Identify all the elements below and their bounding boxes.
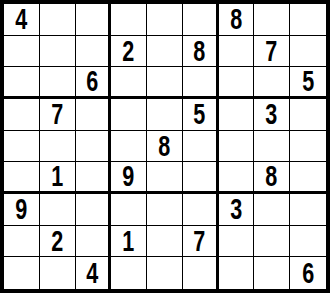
- cell-r1c6[interactable]: [183, 4, 219, 36]
- cell-r4c1[interactable]: [4, 99, 40, 131]
- cell-r3c3: 6: [76, 67, 112, 99]
- cell-r3c7[interactable]: [219, 67, 255, 99]
- given-digit: 8: [158, 131, 170, 162]
- given-digit: 5: [193, 99, 205, 130]
- cell-r4c7[interactable]: [219, 99, 255, 131]
- cell-r8c6: 7: [183, 226, 219, 258]
- cell-r3c4[interactable]: [111, 67, 147, 99]
- cell-r1c5[interactable]: [147, 4, 183, 36]
- cell-r1c1: 4: [4, 4, 40, 36]
- cell-r5c7[interactable]: [219, 131, 255, 163]
- cell-r7c2[interactable]: [40, 194, 76, 226]
- cell-r5c4[interactable]: [111, 131, 147, 163]
- cell-r8c8[interactable]: [254, 226, 290, 258]
- cell-r9c2[interactable]: [40, 257, 76, 289]
- cell-r1c3[interactable]: [76, 4, 112, 36]
- cell-r9c4[interactable]: [111, 257, 147, 289]
- cell-r4c2: 7: [40, 99, 76, 131]
- cell-r2c9[interactable]: [290, 36, 326, 68]
- cell-r9c7[interactable]: [219, 257, 255, 289]
- cell-r1c7: 8: [219, 4, 255, 36]
- cell-r1c4[interactable]: [111, 4, 147, 36]
- given-digit: 1: [123, 226, 135, 257]
- given-digit: 6: [302, 258, 314, 289]
- cell-r6c8: 8: [254, 162, 290, 194]
- cell-r3c6[interactable]: [183, 67, 219, 99]
- cell-r2c3[interactable]: [76, 36, 112, 68]
- cell-r9c9: 6: [290, 257, 326, 289]
- cell-r2c1[interactable]: [4, 36, 40, 68]
- cell-r2c7[interactable]: [219, 36, 255, 68]
- cell-r3c9: 5: [290, 67, 326, 99]
- cell-r5c6[interactable]: [183, 131, 219, 163]
- cell-r9c6[interactable]: [183, 257, 219, 289]
- cell-r7c6[interactable]: [183, 194, 219, 226]
- cell-r1c9[interactable]: [290, 4, 326, 36]
- cell-r5c2[interactable]: [40, 131, 76, 163]
- cell-r8c3[interactable]: [76, 226, 112, 258]
- cell-r6c4: 9: [111, 162, 147, 194]
- cell-r9c1[interactable]: [4, 257, 40, 289]
- cell-r2c5[interactable]: [147, 36, 183, 68]
- cell-r6c5[interactable]: [147, 162, 183, 194]
- cell-r8c9[interactable]: [290, 226, 326, 258]
- cell-r1c8[interactable]: [254, 4, 290, 36]
- cell-r4c8: 3: [254, 99, 290, 131]
- cell-r5c9[interactable]: [290, 131, 326, 163]
- given-digit: 4: [86, 258, 98, 289]
- cell-r7c4[interactable]: [111, 194, 147, 226]
- given-digit: 2: [51, 226, 63, 257]
- given-digit: 4: [15, 4, 27, 35]
- cell-r4c5[interactable]: [147, 99, 183, 131]
- cell-r9c8[interactable]: [254, 257, 290, 289]
- cell-r2c2[interactable]: [40, 36, 76, 68]
- sudoku-board: 482876575381989321746: [0, 0, 330, 293]
- given-digit: 8: [230, 4, 242, 35]
- given-digit: 1: [51, 162, 63, 192]
- cell-r6c3[interactable]: [76, 162, 112, 194]
- cell-r2c6: 8: [183, 36, 219, 68]
- cell-r6c9[interactable]: [290, 162, 326, 194]
- cell-r5c8[interactable]: [254, 131, 290, 163]
- cell-r3c2[interactable]: [40, 67, 76, 99]
- given-digit: 3: [230, 194, 242, 225]
- given-digit: 7: [266, 36, 278, 67]
- cell-r6c6[interactable]: [183, 162, 219, 194]
- cell-r6c2: 1: [40, 162, 76, 194]
- given-digit: 5: [302, 67, 314, 97]
- given-digit: 3: [266, 99, 278, 130]
- cell-r6c7[interactable]: [219, 162, 255, 194]
- cell-r5c1[interactable]: [4, 131, 40, 163]
- cell-r3c5[interactable]: [147, 67, 183, 99]
- cell-r5c5: 8: [147, 131, 183, 163]
- given-digit: 2: [123, 36, 135, 67]
- cell-r4c4[interactable]: [111, 99, 147, 131]
- cell-r7c3[interactable]: [76, 194, 112, 226]
- cell-r8c7[interactable]: [219, 226, 255, 258]
- given-digit: 8: [193, 36, 205, 67]
- cell-r2c4: 2: [111, 36, 147, 68]
- cell-r9c3: 4: [76, 257, 112, 289]
- cell-r3c8[interactable]: [254, 67, 290, 99]
- given-digit: 6: [86, 67, 98, 97]
- cell-r8c1[interactable]: [4, 226, 40, 258]
- given-digit: 9: [123, 162, 135, 192]
- cell-r5c3[interactable]: [76, 131, 112, 163]
- cell-r7c9[interactable]: [290, 194, 326, 226]
- given-digit: 7: [193, 226, 205, 257]
- cell-r1c2[interactable]: [40, 4, 76, 36]
- cell-r7c5[interactable]: [147, 194, 183, 226]
- cell-r4c6: 5: [183, 99, 219, 131]
- cell-r4c9[interactable]: [290, 99, 326, 131]
- cell-r3c1[interactable]: [4, 67, 40, 99]
- cell-r7c7: 3: [219, 194, 255, 226]
- cell-r8c4: 1: [111, 226, 147, 258]
- cell-r8c5[interactable]: [147, 226, 183, 258]
- cell-r4c3[interactable]: [76, 99, 112, 131]
- cell-r6c1[interactable]: [4, 162, 40, 194]
- cell-r7c1: 9: [4, 194, 40, 226]
- cell-r9c5[interactable]: [147, 257, 183, 289]
- cell-r7c8[interactable]: [254, 194, 290, 226]
- cell-r2c8: 7: [254, 36, 290, 68]
- cell-r8c2: 2: [40, 226, 76, 258]
- given-digit: 8: [266, 162, 278, 192]
- given-digit: 9: [15, 194, 27, 225]
- given-digit: 7: [51, 99, 63, 130]
